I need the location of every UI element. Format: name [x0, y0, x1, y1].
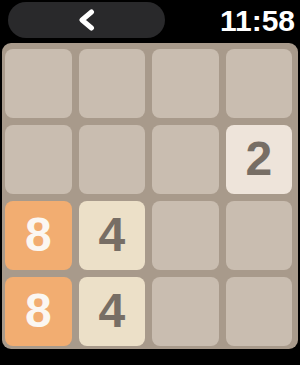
- empty-cell: [152, 201, 219, 270]
- empty-cell: [226, 201, 293, 270]
- tile-8: 8: [5, 277, 72, 346]
- status-bar: 11:58: [0, 0, 300, 43]
- watch-screen: 11:58 28484: [0, 0, 300, 365]
- tile-2: 2: [226, 125, 293, 194]
- empty-cell: [226, 277, 293, 346]
- empty-cell: [226, 49, 293, 118]
- empty-cell: [152, 125, 219, 194]
- empty-cell: [152, 49, 219, 118]
- empty-cell: [152, 277, 219, 346]
- empty-cell: [79, 49, 146, 118]
- empty-cell: [79, 125, 146, 194]
- back-button[interactable]: [8, 2, 165, 38]
- board[interactable]: 28484: [2, 43, 298, 349]
- empty-cell: [5, 125, 72, 194]
- tile-4: 4: [79, 201, 146, 270]
- tile-4: 4: [79, 277, 146, 346]
- chevron-left-icon: [78, 9, 95, 31]
- tile-8: 8: [5, 201, 72, 270]
- clock-time: 11:58: [220, 0, 295, 43]
- empty-cell: [5, 49, 72, 118]
